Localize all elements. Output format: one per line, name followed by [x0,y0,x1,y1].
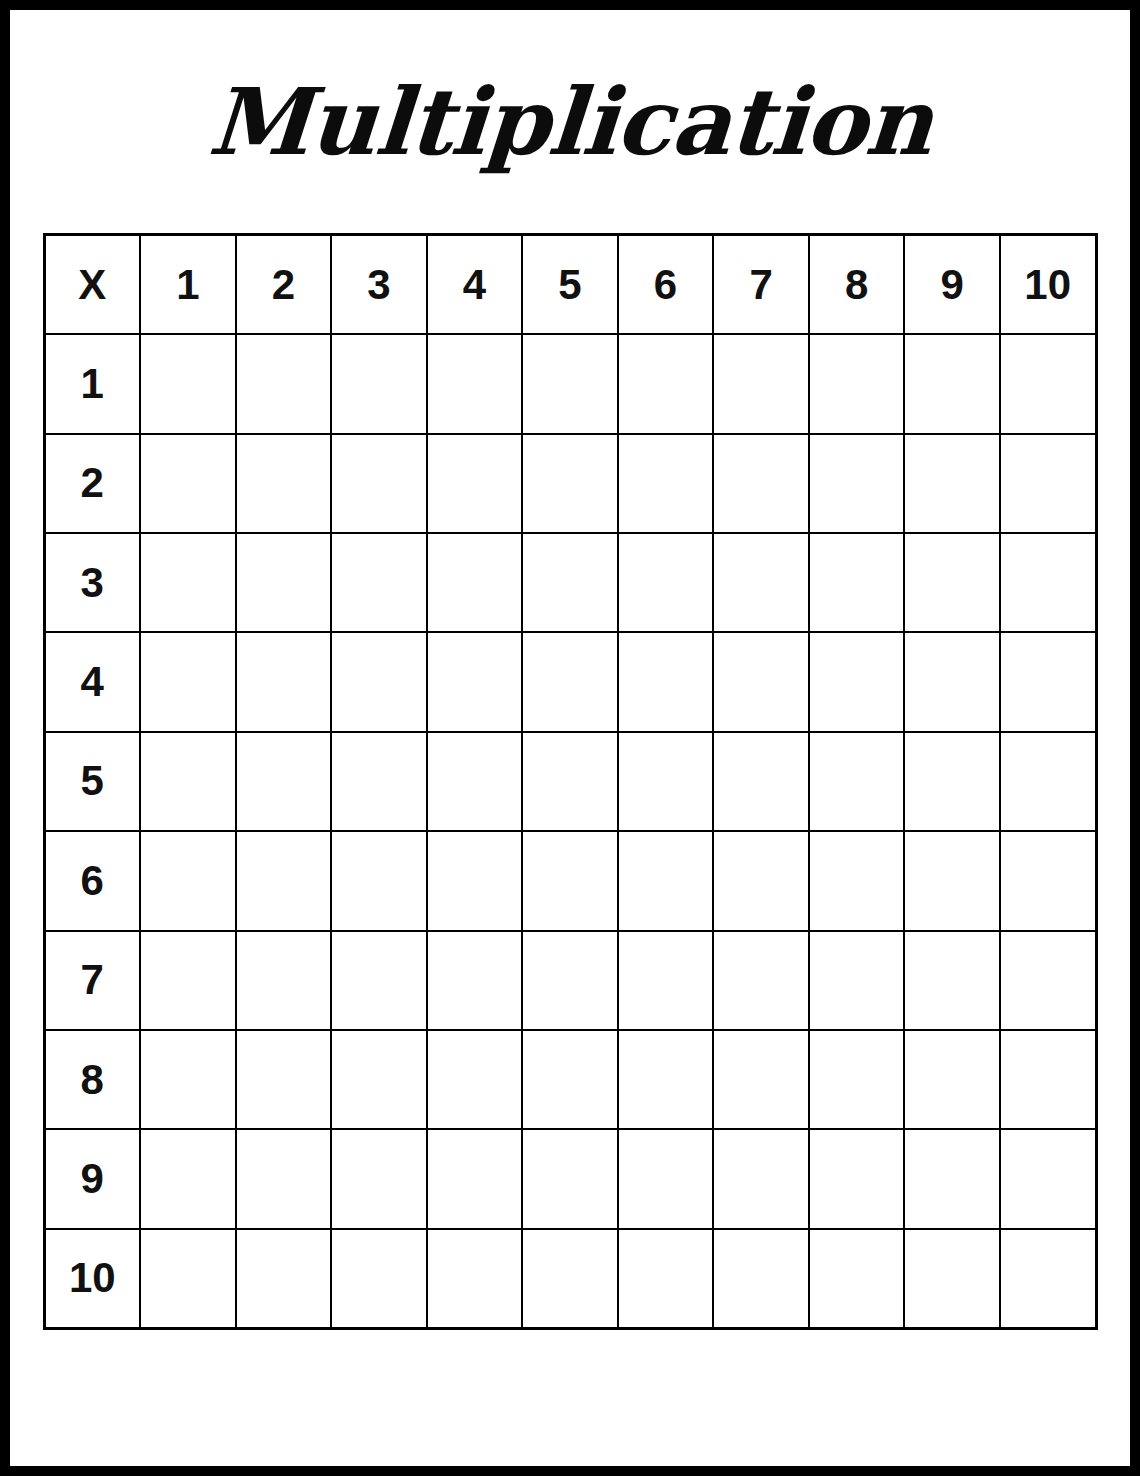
worksheet-page: Multiplication X1234567891012345678910 [0,0,1140,1476]
column-header-4: 4 [427,235,523,334]
page-title: Multiplication [205,68,935,176]
answer-cell-2x4 [427,434,523,533]
answer-cell-2x1 [140,434,236,533]
answer-cell-3x9 [904,533,1000,632]
answer-cell-7x9 [904,931,1000,1030]
answer-cell-6x5 [522,831,618,930]
answer-cell-5x3 [331,732,427,831]
multiplication-grid: X1234567891012345678910 [43,233,1098,1330]
answer-cell-4x5 [522,632,618,731]
answer-cell-9x2 [236,1129,332,1228]
answer-cell-1x4 [427,334,523,433]
answer-cell-6x8 [809,831,905,930]
answer-cell-8x9 [904,1030,1000,1129]
answer-cell-8x1 [140,1030,236,1129]
answer-cell-6x9 [904,831,1000,930]
answer-cell-5x5 [522,732,618,831]
answer-cell-8x6 [618,1030,714,1129]
answer-cell-10x9 [904,1229,1000,1328]
answer-cell-10x6 [618,1229,714,1328]
answer-cell-8x7 [713,1030,809,1129]
answer-cell-5x4 [427,732,523,831]
answer-cell-3x8 [809,533,905,632]
answer-cell-5x7 [713,732,809,831]
answer-cell-8x3 [331,1030,427,1129]
answer-cell-9x10 [1000,1129,1096,1228]
answer-cell-7x7 [713,931,809,1030]
answer-cell-4x3 [331,632,427,731]
answer-cell-5x2 [236,732,332,831]
row-header-6: 6 [45,831,141,930]
answer-cell-2x7 [713,434,809,533]
column-header-10: 10 [1000,235,1096,334]
answer-cell-9x5 [522,1129,618,1228]
answer-cell-8x4 [427,1030,523,1129]
answer-cell-7x8 [809,931,905,1030]
answer-cell-2x3 [331,434,427,533]
column-header-8: 8 [809,235,905,334]
answer-cell-5x9 [904,732,1000,831]
row-header-9: 9 [45,1129,141,1228]
answer-cell-2x6 [618,434,714,533]
row-header-3: 3 [45,533,141,632]
answer-cell-6x6 [618,831,714,930]
row-header-5: 5 [45,732,141,831]
answer-cell-1x6 [618,334,714,433]
column-header-3: 3 [331,235,427,334]
answer-cell-2x5 [522,434,618,533]
answer-cell-1x7 [713,334,809,433]
answer-cell-6x10 [1000,831,1096,930]
answer-cell-3x10 [1000,533,1096,632]
answer-cell-3x7 [713,533,809,632]
answer-cell-9x9 [904,1129,1000,1228]
answer-cell-8x5 [522,1030,618,1129]
column-header-9: 9 [904,235,1000,334]
answer-cell-9x1 [140,1129,236,1228]
answer-cell-6x2 [236,831,332,930]
answer-cell-4x7 [713,632,809,731]
row-header-10: 10 [45,1229,141,1328]
answer-cell-3x6 [618,533,714,632]
answer-cell-5x6 [618,732,714,831]
answer-cell-4x9 [904,632,1000,731]
answer-cell-4x2 [236,632,332,731]
answer-cell-10x7 [713,1229,809,1328]
answer-cell-7x1 [140,931,236,1030]
answer-cell-1x8 [809,334,905,433]
column-header-1: 1 [140,235,236,334]
answer-cell-6x3 [331,831,427,930]
answer-cell-1x1 [140,334,236,433]
answer-cell-9x6 [618,1129,714,1228]
answer-cell-2x10 [1000,434,1096,533]
answer-cell-8x10 [1000,1030,1096,1129]
answer-cell-2x2 [236,434,332,533]
answer-cell-1x9 [904,334,1000,433]
answer-cell-1x3 [331,334,427,433]
answer-cell-1x5 [522,334,618,433]
answer-cell-3x5 [522,533,618,632]
answer-cell-4x1 [140,632,236,731]
answer-cell-10x8 [809,1229,905,1328]
answer-cell-2x9 [904,434,1000,533]
answer-cell-4x10 [1000,632,1096,731]
answer-cell-10x10 [1000,1229,1096,1328]
answer-cell-10x2 [236,1229,332,1328]
answer-cell-7x5 [522,931,618,1030]
title-area: Multiplication [10,10,1130,233]
answer-cell-6x4 [427,831,523,930]
answer-cell-7x4 [427,931,523,1030]
answer-cell-3x2 [236,533,332,632]
answer-cell-6x7 [713,831,809,930]
answer-cell-6x1 [140,831,236,930]
column-header-5: 5 [522,235,618,334]
corner-cell: X [45,235,141,334]
column-header-6: 6 [618,235,714,334]
answer-cell-7x10 [1000,931,1096,1030]
row-header-7: 7 [45,931,141,1030]
answer-cell-9x7 [713,1129,809,1228]
answer-cell-5x1 [140,732,236,831]
answer-cell-7x3 [331,931,427,1030]
column-header-2: 2 [236,235,332,334]
answer-cell-7x6 [618,931,714,1030]
answer-cell-1x10 [1000,334,1096,433]
answer-cell-3x1 [140,533,236,632]
answer-cell-8x8 [809,1030,905,1129]
answer-cell-3x4 [427,533,523,632]
answer-cell-4x8 [809,632,905,731]
answer-cell-1x2 [236,334,332,433]
answer-cell-10x1 [140,1229,236,1328]
answer-cell-9x4 [427,1129,523,1228]
answer-cell-10x3 [331,1229,427,1328]
answer-cell-7x2 [236,931,332,1030]
answer-cell-10x4 [427,1229,523,1328]
answer-cell-10x5 [522,1229,618,1328]
row-header-8: 8 [45,1030,141,1129]
answer-cell-2x8 [809,434,905,533]
answer-cell-9x8 [809,1129,905,1228]
answer-cell-5x8 [809,732,905,831]
answer-cell-3x3 [331,533,427,632]
answer-cell-5x10 [1000,732,1096,831]
answer-cell-8x2 [236,1030,332,1129]
row-header-2: 2 [45,434,141,533]
answer-cell-4x6 [618,632,714,731]
answer-cell-9x3 [331,1129,427,1228]
row-header-4: 4 [45,632,141,731]
column-header-7: 7 [713,235,809,334]
answer-cell-4x4 [427,632,523,731]
row-header-1: 1 [45,334,141,433]
